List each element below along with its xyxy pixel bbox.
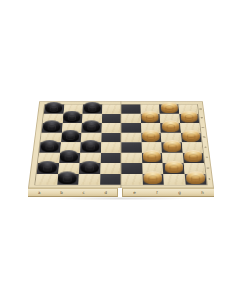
- white-piece: ⛀: [183, 130, 201, 142]
- board-square: ⛂: [62, 114, 82, 123]
- draughts-man-glyph: ⛀: [163, 140, 181, 152]
- file-coordinates-right: efgh: [123, 191, 214, 195]
- file-label: a: [38, 191, 40, 195]
- black-piece: ⛂: [45, 102, 62, 114]
- draughts-man-glyph: ⛂: [84, 102, 101, 114]
- board-square: ⛀: [163, 163, 185, 174]
- white-piece: ⛀: [164, 160, 183, 173]
- draughts-man-glyph: ⛂: [43, 120, 61, 132]
- white-piece: ⛀: [186, 171, 205, 184]
- draughts-man-glyph: ⛀: [142, 130, 160, 142]
- draughts-man-glyph: ⛀: [142, 111, 159, 123]
- board-square: ⛂: [42, 123, 63, 133]
- board-square: ⛂: [80, 142, 101, 152]
- draughts-man-glyph: ⛀: [184, 150, 202, 163]
- board-square: [101, 123, 121, 133]
- board-frame: ⛂⛂⛀⛂⛀⛀⛂⛂⛀⛂⛀⛀⛂⛂⛀⛂⛀⛀⛂⛂⛀⛂⛀⛀ 87654321: [28, 101, 214, 188]
- board-square: ⛂: [79, 163, 100, 174]
- file-coordinates-left: abcd: [28, 191, 117, 195]
- board-square: [101, 132, 121, 142]
- white-piece: ⛀: [142, 130, 160, 142]
- board-square: ⛂: [37, 163, 59, 174]
- board-square: [102, 105, 121, 114]
- board-square: ⛀: [141, 132, 161, 142]
- black-piece: ⛂: [83, 120, 101, 132]
- rank-label: 4: [202, 142, 210, 152]
- rank-label: 8: [197, 105, 204, 114]
- board-square: [121, 105, 140, 114]
- file-label: g: [178, 191, 181, 195]
- board-square: [121, 132, 141, 142]
- draughts-man-glyph: ⛂: [40, 140, 58, 152]
- board-square: ⛂: [57, 174, 79, 185]
- rank-label: 6: [199, 123, 207, 133]
- file-label: d: [105, 191, 108, 195]
- board-square: ⛂: [82, 105, 102, 114]
- board-square: ⛀: [182, 152, 204, 162]
- board-square: ⛀: [140, 114, 160, 123]
- checkers-board: ⛂⛂⛀⛂⛀⛀⛂⛂⛀⛂⛀⛀⛂⛂⛀⛂⛀⛀⛂⛂⛀⛂⛀⛀ 87654321: [28, 94, 214, 188]
- rank-label: 7: [198, 114, 205, 123]
- white-piece: ⛀: [181, 111, 198, 123]
- black-piece: ⛂: [43, 120, 61, 132]
- board-square: ⛂: [81, 123, 101, 133]
- file-label: e: [133, 191, 135, 195]
- black-piece: ⛂: [81, 140, 99, 152]
- board-square: ⛂: [61, 132, 82, 142]
- board-square: [100, 163, 121, 174]
- draughts-man-glyph: ⛀: [144, 171, 163, 184]
- draughts-man-glyph: ⛂: [83, 120, 101, 132]
- draughts-man-glyph: ⛀: [164, 160, 183, 173]
- draughts-man-glyph: ⛂: [81, 140, 99, 152]
- board-square: [121, 152, 142, 162]
- white-piece: ⛀: [142, 111, 159, 123]
- board-square: [121, 142, 141, 152]
- draughts-man-glyph: ⛂: [80, 160, 99, 173]
- board-square: ⛀: [161, 142, 182, 152]
- front-rim-left-half: abcd: [28, 188, 118, 197]
- draughts-man-glyph: ⛀: [161, 102, 178, 114]
- white-piece: ⛀: [162, 120, 180, 132]
- board-square: ⛀: [141, 152, 162, 162]
- board-square: ⛀: [179, 114, 199, 123]
- board-square: [35, 174, 57, 185]
- file-label: b: [60, 191, 63, 195]
- file-label: h: [201, 191, 204, 195]
- board-square: ⛂: [59, 152, 80, 162]
- white-piece: ⛀: [163, 140, 181, 152]
- rank-label: 5: [200, 132, 208, 142]
- draughts-man-glyph: ⛀: [143, 150, 161, 163]
- draughts-man-glyph: ⛂: [58, 171, 77, 184]
- black-piece: ⛂: [62, 130, 80, 142]
- board-square: [78, 174, 100, 185]
- draughts-man-glyph: ⛂: [64, 111, 81, 123]
- white-piece: ⛀: [184, 150, 202, 163]
- draughts-man-glyph: ⛀: [183, 130, 201, 142]
- board-square: [101, 114, 121, 123]
- fold-gap: [118, 188, 119, 197]
- board-square: ⛀: [181, 132, 202, 142]
- draughts-man-glyph: ⛂: [45, 102, 62, 114]
- black-piece: ⛂: [80, 160, 99, 173]
- rank-label: 1: [205, 174, 213, 185]
- board-square: [121, 114, 141, 123]
- black-piece: ⛂: [58, 171, 77, 184]
- draughts-man-glyph: ⛂: [60, 150, 78, 163]
- board-plane: ⛂⛂⛀⛂⛀⛀⛂⛂⛀⛂⛀⛀⛂⛂⛀⛂⛀⛀⛂⛂⛀⛂⛀⛀ 87654321: [28, 101, 214, 188]
- board-square: [121, 123, 141, 133]
- product-photo: ⛂⛂⛀⛂⛀⛀⛂⛂⛀⛂⛀⛀⛂⛂⛀⛂⛀⛀⛂⛂⛀⛂⛀⛀ 87654321 abcd e…: [0, 0, 240, 303]
- board-square: ⛀: [142, 174, 164, 185]
- board-square: ⛀: [160, 123, 180, 133]
- board-square: [101, 142, 121, 152]
- black-piece: ⛂: [60, 150, 78, 163]
- board-square: ⛂: [39, 142, 60, 152]
- black-piece: ⛂: [38, 160, 57, 173]
- rank-label: 3: [203, 152, 211, 162]
- white-piece: ⛀: [143, 150, 161, 163]
- draughts-man-glyph: ⛀: [181, 111, 198, 123]
- file-label: c: [83, 191, 85, 195]
- white-piece: ⛀: [161, 102, 178, 114]
- board-square: ⛂: [44, 105, 64, 114]
- draughts-man-glyph: ⛀: [186, 171, 205, 184]
- front-rim: abcd efgh: [28, 188, 214, 197]
- black-piece: ⛂: [40, 140, 58, 152]
- front-rim-right-half: efgh: [122, 188, 214, 197]
- white-piece: ⛀: [144, 171, 163, 184]
- draughts-man-glyph: ⛂: [38, 160, 57, 173]
- board-square: [100, 152, 121, 162]
- board-shadow: [30, 197, 214, 202]
- black-piece: ⛂: [84, 102, 101, 114]
- board-square: ⛀: [184, 174, 206, 185]
- board-square: [121, 174, 142, 185]
- rank-label: 2: [204, 163, 212, 174]
- file-label: f: [156, 191, 157, 195]
- draughts-man-glyph: ⛂: [62, 130, 80, 142]
- board-square: [100, 174, 121, 185]
- draughts-man-glyph: ⛀: [162, 120, 180, 132]
- black-piece: ⛂: [64, 111, 81, 123]
- board-square: [121, 163, 142, 174]
- board-square: ⛀: [159, 105, 179, 114]
- board-square: [163, 174, 185, 185]
